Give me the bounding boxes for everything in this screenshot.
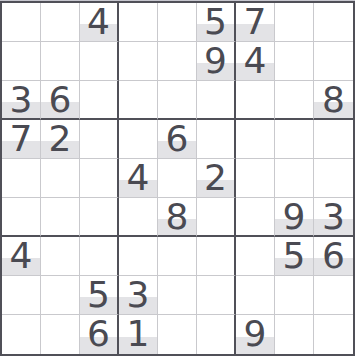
cell-r8c9[interactable] [314,276,353,315]
cell-r1c9[interactable] [314,3,353,42]
cell-r2c4[interactable] [119,42,158,81]
cell-r4c5[interactable]: 6 [158,120,197,159]
cell-r6c1[interactable] [2,198,41,237]
cell-r1c2[interactable] [41,3,80,42]
cell-r1c5[interactable] [158,3,197,42]
given-digit: 3 [2,81,40,118]
cell-r7c6[interactable] [197,237,236,276]
cell-r6c7[interactable] [236,198,275,237]
cell-r1c8[interactable] [275,3,314,42]
cell-r2c2[interactable] [41,42,80,81]
cell-r1c7[interactable]: 7 [236,3,275,42]
given-digit: 4 [119,159,157,197]
cell-r5c9[interactable] [314,159,353,198]
given-digit: 7 [2,120,40,158]
cell-r2c5[interactable] [158,42,197,81]
given-digit: 4 [2,237,40,275]
sudoku-board: 457943687264289345653619 [0,1,355,356]
cell-r3c1[interactable]: 3 [2,81,41,120]
cell-r9c8[interactable] [275,315,314,354]
cell-r7c2[interactable] [41,237,80,276]
cell-r8c4[interactable]: 3 [119,276,158,315]
cell-r7c4[interactable] [119,237,158,276]
given-digit: 9 [236,315,274,354]
given-digit: 2 [41,120,79,158]
cell-r1c3[interactable]: 4 [80,3,119,42]
given-digit: 5 [275,237,313,275]
cell-r8c2[interactable] [41,276,80,315]
given-digit: 6 [314,237,353,275]
cell-r8c3[interactable]: 5 [80,276,119,315]
given-digit: 1 [119,315,157,354]
cell-r2c7[interactable]: 4 [236,42,275,81]
cell-r9c5[interactable] [158,315,197,354]
cell-r4c7[interactable] [236,120,275,159]
cell-r7c3[interactable] [80,237,119,276]
cell-r9c7[interactable]: 9 [236,315,275,354]
cell-r4c9[interactable] [314,120,353,159]
given-digit: 5 [197,3,234,41]
cell-r8c7[interactable] [236,276,275,315]
cell-r9c4[interactable]: 1 [119,315,158,354]
cell-r6c2[interactable] [41,198,80,237]
cell-r9c9[interactable] [314,315,353,354]
cell-r6c3[interactable] [80,198,119,237]
cell-r9c1[interactable] [2,315,41,354]
cell-r4c3[interactable] [80,120,119,159]
cell-r8c5[interactable] [158,276,197,315]
cell-r3c3[interactable] [80,81,119,120]
given-digit: 8 [158,198,196,235]
cell-r5c4[interactable]: 4 [119,159,158,198]
given-digit: 6 [158,120,196,158]
cell-r3c6[interactable] [197,81,236,120]
cell-r4c8[interactable] [275,120,314,159]
cell-r6c5[interactable]: 8 [158,198,197,237]
given-digit: 5 [80,276,117,314]
cell-r4c1[interactable]: 7 [2,120,41,159]
given-digit: 2 [197,159,234,197]
cell-r1c1[interactable] [2,3,41,42]
cell-r4c2[interactable]: 2 [41,120,80,159]
cell-r5c7[interactable] [236,159,275,198]
given-digit: 9 [197,42,234,80]
given-digit: 9 [275,198,313,235]
given-digit: 8 [314,81,353,118]
cell-r2c3[interactable] [80,42,119,81]
cell-r7c5[interactable] [158,237,197,276]
cell-r6c9[interactable]: 3 [314,198,353,237]
cell-r5c6[interactable]: 2 [197,159,236,198]
cell-r8c8[interactable] [275,276,314,315]
cell-r2c1[interactable] [2,42,41,81]
cell-r4c6[interactable] [197,120,236,159]
cell-r3c5[interactable] [158,81,197,120]
cell-r2c6[interactable]: 9 [197,42,236,81]
cell-r5c2[interactable] [41,159,80,198]
cell-r7c9[interactable]: 6 [314,237,353,276]
cell-r6c8[interactable]: 9 [275,198,314,237]
given-digit: 7 [236,3,274,41]
given-digit: 4 [236,42,274,80]
cell-r8c6[interactable] [197,276,236,315]
cell-r7c7[interactable] [236,237,275,276]
cell-r1c6[interactable]: 5 [197,3,236,42]
given-digit: 3 [314,198,353,235]
cell-r5c8[interactable] [275,159,314,198]
cell-r3c9[interactable]: 8 [314,81,353,120]
cell-r6c6[interactable] [197,198,236,237]
cell-r8c1[interactable] [2,276,41,315]
cell-r3c8[interactable] [275,81,314,120]
given-digit: 4 [80,3,117,41]
cell-r9c3[interactable]: 6 [80,315,119,354]
cell-r2c8[interactable] [275,42,314,81]
cell-r3c4[interactable] [119,81,158,120]
given-digit: 6 [80,315,117,354]
cell-r3c7[interactable] [236,81,275,120]
cell-r5c3[interactable] [80,159,119,198]
cell-r7c8[interactable]: 5 [275,237,314,276]
cell-r7c1[interactable]: 4 [2,237,41,276]
cell-r1c4[interactable] [119,3,158,42]
cell-r3c2[interactable]: 6 [41,81,80,120]
cell-r4c4[interactable] [119,120,158,159]
cell-r9c2[interactable] [41,315,80,354]
cell-r2c9[interactable] [314,42,353,81]
cell-r9c6[interactable] [197,315,236,354]
cell-r5c1[interactable] [2,159,41,198]
cell-r6c4[interactable] [119,198,158,237]
given-digit: 6 [41,81,79,118]
given-digit: 3 [119,276,157,314]
cell-r5c5[interactable] [158,159,197,198]
